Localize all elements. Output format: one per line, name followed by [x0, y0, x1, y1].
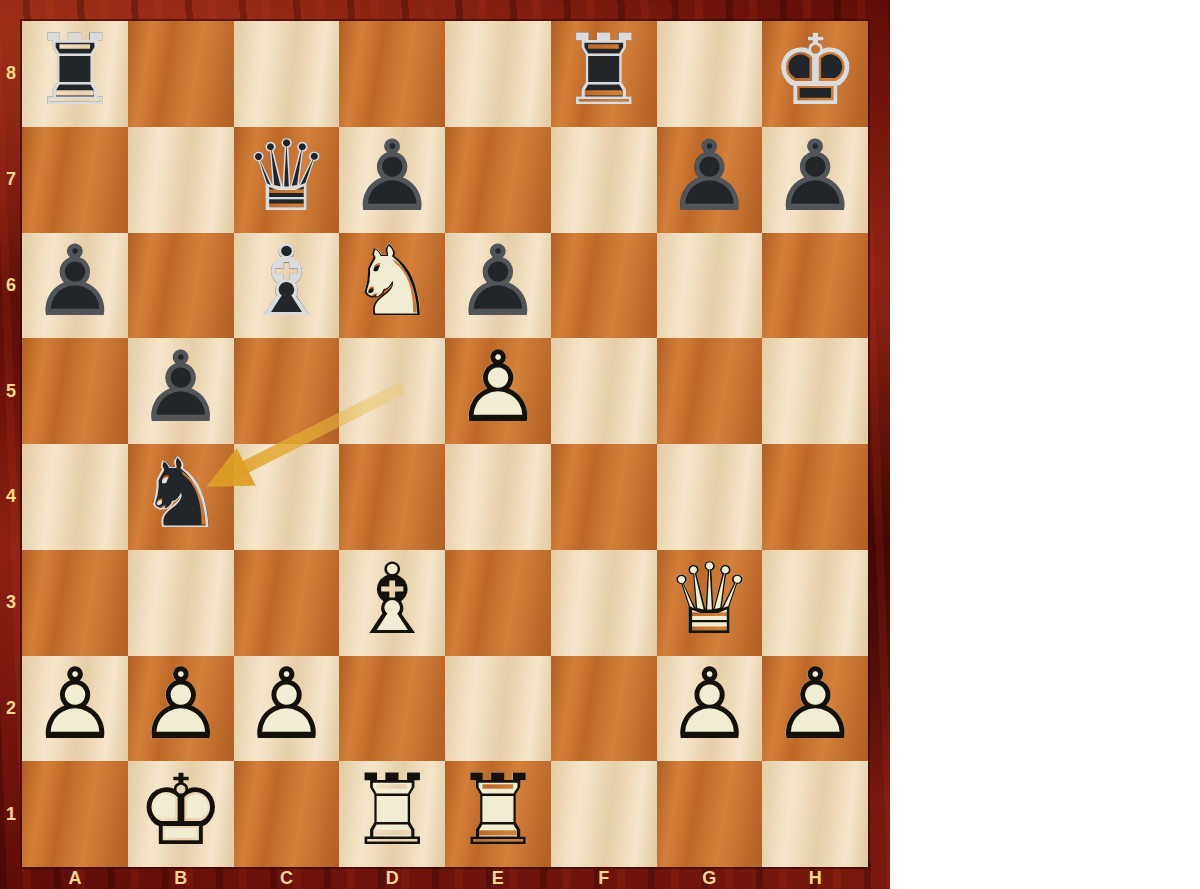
rank-label-8: 8 [0, 21, 22, 127]
file-label-h: H [762, 867, 868, 889]
piece-fill: ♟ [665, 127, 753, 225]
square-f8[interactable]: ♜♖ [551, 21, 657, 127]
piece-outline: ♖ [348, 761, 436, 859]
square-b2[interactable]: ♟♙ [128, 656, 234, 762]
piece-white-pawn[interactable]: ♟♙ [762, 656, 868, 762]
piece-white-rook[interactable]: ♜♖ [339, 761, 445, 867]
square-b1[interactable]: ♚♔ [128, 761, 234, 867]
square-c4[interactable] [234, 444, 340, 550]
square-a4[interactable] [22, 444, 128, 550]
square-g2[interactable]: ♟♙ [657, 656, 763, 762]
rank-label-2: 2 [0, 656, 22, 762]
square-b7[interactable] [128, 127, 234, 233]
square-d3[interactable]: ♝♗ [339, 550, 445, 656]
square-a3[interactable] [22, 550, 128, 656]
square-f5[interactable] [551, 338, 657, 444]
square-e2[interactable] [445, 656, 551, 762]
piece-black-rook[interactable]: ♜♖ [22, 21, 128, 127]
piece-fill: ♛ [665, 550, 753, 648]
square-g4[interactable] [657, 444, 763, 550]
rank-label-1: 1 [0, 761, 22, 867]
piece-white-pawn[interactable]: ♟♙ [234, 656, 340, 762]
piece-white-queen[interactable]: ♛♕ [657, 550, 763, 656]
square-d2[interactable] [339, 656, 445, 762]
piece-black-pawn[interactable]: ♟♙ [22, 233, 128, 339]
piece-fill: ♝ [242, 232, 330, 330]
piece-outline: ♖ [454, 761, 542, 859]
piece-white-pawn[interactable]: ♟♙ [128, 656, 234, 762]
square-c8[interactable] [234, 21, 340, 127]
square-f7[interactable] [551, 127, 657, 233]
square-b4[interactable]: ♞♘ [128, 444, 234, 550]
piece-fill: ♟ [31, 655, 119, 753]
square-b5[interactable]: ♟♙ [128, 338, 234, 444]
piece-fill: ♟ [771, 655, 859, 753]
square-h6[interactable] [762, 233, 868, 339]
piece-outline: ♗ [348, 550, 436, 648]
piece-outline: ♙ [137, 338, 225, 436]
file-labels: ABCDEFGH [22, 867, 868, 889]
piece-black-pawn[interactable]: ♟♙ [445, 233, 551, 339]
square-e7[interactable] [445, 127, 551, 233]
square-h1[interactable] [762, 761, 868, 867]
square-h4[interactable] [762, 444, 868, 550]
square-h3[interactable] [762, 550, 868, 656]
piece-fill: ♟ [771, 127, 859, 225]
piece-fill: ♝ [348, 550, 436, 648]
file-label-a: A [22, 867, 128, 889]
piece-outline: ♗ [242, 232, 330, 330]
square-g7[interactable]: ♟♙ [657, 127, 763, 233]
piece-outline: ♙ [454, 232, 542, 330]
square-c3[interactable] [234, 550, 340, 656]
piece-fill: ♟ [454, 232, 542, 330]
file-label-b: B [128, 867, 234, 889]
piece-outline: ♙ [137, 655, 225, 753]
piece-outline: ♙ [31, 232, 119, 330]
piece-outline: ♙ [771, 655, 859, 753]
square-c2[interactable]: ♟♙ [234, 656, 340, 762]
piece-white-rook[interactable]: ♜♖ [445, 761, 551, 867]
square-d8[interactable] [339, 21, 445, 127]
piece-fill: ♜ [31, 21, 119, 119]
square-d5[interactable] [339, 338, 445, 444]
square-f2[interactable] [551, 656, 657, 762]
square-g5[interactable] [657, 338, 763, 444]
square-f3[interactable] [551, 550, 657, 656]
piece-outline: ♖ [31, 21, 119, 119]
rank-label-5: 5 [0, 338, 22, 444]
square-g3[interactable]: ♛♕ [657, 550, 763, 656]
piece-fill: ♞ [137, 444, 225, 542]
square-a6[interactable]: ♟♙ [22, 233, 128, 339]
square-b8[interactable] [128, 21, 234, 127]
square-a1[interactable] [22, 761, 128, 867]
piece-outline: ♙ [348, 127, 436, 225]
piece-fill: ♚ [771, 21, 859, 119]
square-e3[interactable] [445, 550, 551, 656]
file-label-g: G [657, 867, 763, 889]
rank-label-7: 7 [0, 127, 22, 233]
square-b3[interactable] [128, 550, 234, 656]
piece-white-pawn[interactable]: ♟♙ [657, 656, 763, 762]
piece-fill: ♟ [242, 655, 330, 753]
piece-white-knight[interactable]: ♞♘ [339, 233, 445, 339]
file-label-e: E [445, 867, 551, 889]
piece-fill: ♟ [348, 127, 436, 225]
piece-fill: ♟ [137, 655, 225, 753]
rank-labels: 87654321 [0, 21, 22, 867]
square-h8[interactable]: ♚♔ [762, 21, 868, 127]
square-b6[interactable] [128, 233, 234, 339]
board-frame: 87654321 ABCDEFGH ♜♖♜♖♚♔♛♕♟♙♟♙♟♙♟♙♝♗♞♘♟♙… [0, 0, 890, 889]
piece-black-king[interactable]: ♚♔ [762, 21, 868, 127]
square-c7[interactable]: ♛♕ [234, 127, 340, 233]
piece-black-rook[interactable]: ♜♖ [551, 21, 657, 127]
piece-fill: ♚ [137, 761, 225, 859]
piece-white-bishop[interactable]: ♝♗ [339, 550, 445, 656]
square-h2[interactable]: ♟♙ [762, 656, 868, 762]
piece-outline: ♖ [560, 21, 648, 119]
square-c5[interactable] [234, 338, 340, 444]
piece-outline: ♘ [348, 232, 436, 330]
square-e8[interactable] [445, 21, 551, 127]
piece-outline: ♕ [242, 127, 330, 225]
piece-black-pawn[interactable]: ♟♙ [128, 338, 234, 444]
rank-label-4: 4 [0, 444, 22, 550]
square-f6[interactable] [551, 233, 657, 339]
piece-outline: ♙ [665, 655, 753, 753]
piece-outline: ♙ [454, 338, 542, 436]
piece-fill: ♜ [560, 21, 648, 119]
piece-outline: ♙ [31, 655, 119, 753]
file-label-d: D [339, 867, 445, 889]
piece-outline: ♙ [242, 655, 330, 753]
file-label-c: C [234, 867, 340, 889]
square-c1[interactable] [234, 761, 340, 867]
square-h5[interactable] [762, 338, 868, 444]
square-a5[interactable] [22, 338, 128, 444]
piece-fill: ♟ [137, 338, 225, 436]
square-e6[interactable]: ♟♙ [445, 233, 551, 339]
square-g6[interactable] [657, 233, 763, 339]
page: 87654321 ABCDEFGH ♜♖♜♖♚♔♛♕♟♙♟♙♟♙♟♙♝♗♞♘♟♙… [0, 0, 1200, 889]
piece-outline: ♙ [665, 127, 753, 225]
square-f4[interactable] [551, 444, 657, 550]
piece-fill: ♞ [348, 232, 436, 330]
square-a8[interactable]: ♜♖ [22, 21, 128, 127]
piece-black-knight[interactable]: ♞♘ [128, 444, 234, 550]
square-c6[interactable]: ♝♗ [234, 233, 340, 339]
rank-label-3: 3 [0, 550, 22, 656]
piece-white-pawn[interactable]: ♟♙ [445, 338, 551, 444]
square-d4[interactable] [339, 444, 445, 550]
square-e5[interactable]: ♟♙ [445, 338, 551, 444]
piece-outline: ♙ [771, 127, 859, 225]
piece-black-pawn[interactable]: ♟♙ [762, 127, 868, 233]
file-label-f: F [551, 867, 657, 889]
piece-fill: ♟ [31, 232, 119, 330]
piece-outline: ♔ [137, 761, 225, 859]
square-d6[interactable]: ♞♘ [339, 233, 445, 339]
square-g1[interactable] [657, 761, 763, 867]
square-d1[interactable]: ♜♖ [339, 761, 445, 867]
chess-board: ♜♖♜♖♚♔♛♕♟♙♟♙♟♙♟♙♝♗♞♘♟♙♟♙♟♙♞♘♝♗♛♕♟♙♟♙♟♙♟♙… [22, 21, 868, 867]
piece-fill: ♜ [454, 761, 542, 859]
piece-fill: ♟ [665, 655, 753, 753]
square-g8[interactable] [657, 21, 763, 127]
square-e1[interactable]: ♜♖ [445, 761, 551, 867]
piece-fill: ♜ [348, 761, 436, 859]
piece-black-pawn[interactable]: ♟♙ [339, 127, 445, 233]
piece-outline: ♔ [771, 21, 859, 119]
piece-black-pawn[interactable]: ♟♙ [657, 127, 763, 233]
square-h7[interactable]: ♟♙ [762, 127, 868, 233]
piece-white-king[interactable]: ♚♔ [128, 761, 234, 867]
square-d7[interactable]: ♟♙ [339, 127, 445, 233]
piece-white-pawn[interactable]: ♟♙ [22, 656, 128, 762]
piece-black-bishop[interactable]: ♝♗ [234, 233, 340, 339]
square-a2[interactable]: ♟♙ [22, 656, 128, 762]
piece-fill: ♛ [242, 127, 330, 225]
piece-outline: ♘ [137, 444, 225, 542]
piece-outline: ♕ [665, 550, 753, 648]
rank-label-6: 6 [0, 233, 22, 339]
square-a7[interactable] [22, 127, 128, 233]
square-e4[interactable] [445, 444, 551, 550]
piece-fill: ♟ [454, 338, 542, 436]
piece-black-queen[interactable]: ♛♕ [234, 127, 340, 233]
square-f1[interactable] [551, 761, 657, 867]
